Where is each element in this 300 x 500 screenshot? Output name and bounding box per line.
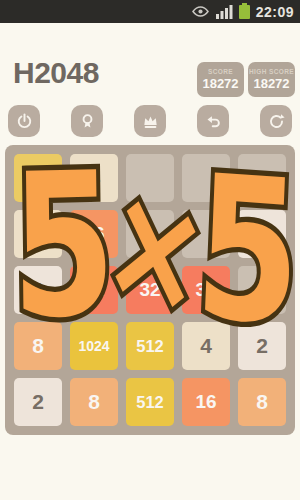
tile-2: 2 [238, 210, 286, 258]
highscore-value: 18272 [253, 76, 289, 91]
leaderboard-button[interactable] [134, 105, 166, 137]
tile-32: 32 [70, 266, 118, 314]
tile-4: 4 [70, 154, 118, 202]
tile-4: 4 [14, 210, 62, 258]
highscore-box: HIGH SCORE 18272 [248, 62, 295, 97]
empty-cell [182, 154, 230, 202]
tile-32: 32 [126, 266, 174, 314]
crown-icon [141, 112, 160, 131]
power-icon [15, 112, 34, 131]
tile-1024: 1024 [70, 322, 118, 370]
tile-8: 8 [14, 322, 62, 370]
page-title: H2048 [13, 56, 99, 90]
power-button[interactable] [8, 105, 40, 137]
tile-32: 32 [182, 266, 230, 314]
toolbar [0, 105, 300, 137]
tile-2: 2 [14, 378, 62, 426]
medal-icon [78, 112, 97, 131]
eye-icon [191, 4, 210, 19]
tile-16: 16 [70, 210, 118, 258]
empty-cell [126, 210, 174, 258]
tile-128: 128 [14, 154, 62, 202]
empty-cell [238, 154, 286, 202]
signal-icon [216, 4, 233, 19]
empty-cell [238, 266, 286, 314]
tile-16: 16 [182, 378, 230, 426]
tile-2: 2 [14, 266, 62, 314]
tile-8: 8 [238, 378, 286, 426]
board[interactable]: 128441622323232810245124228512168 [5, 145, 295, 435]
clock-text: 22:09 [256, 4, 294, 20]
tile-512: 512 [126, 378, 174, 426]
restart-button[interactable] [260, 105, 292, 137]
score-value: 18272 [202, 76, 238, 91]
empty-cell [182, 210, 230, 258]
undo-button[interactable] [197, 105, 229, 137]
achievements-button[interactable] [71, 105, 103, 137]
tile-512: 512 [126, 322, 174, 370]
refresh-icon [267, 112, 286, 131]
tile-2: 2 [238, 322, 286, 370]
status-bar: 22:09 [0, 0, 300, 23]
highscore-label: HIGH SCORE [249, 68, 294, 75]
score-panel: SCORE 18272 HIGH SCORE 18272 [197, 62, 295, 97]
tile-4: 4 [182, 322, 230, 370]
score-box: SCORE 18272 [197, 62, 244, 97]
board-grid: 128441622323232810245124228512168 [5, 145, 295, 435]
tile-8: 8 [70, 378, 118, 426]
empty-cell [126, 154, 174, 202]
undo-icon [204, 112, 223, 131]
battery-icon [239, 5, 250, 19]
score-label: SCORE [208, 68, 233, 75]
